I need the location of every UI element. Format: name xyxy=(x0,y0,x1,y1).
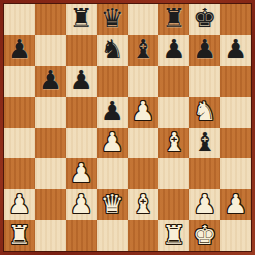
square-b2[interactable] xyxy=(35,189,66,220)
white-pawn-piece[interactable]: ♟ xyxy=(8,191,31,217)
square-a6[interactable] xyxy=(4,66,35,97)
white-pawn-piece[interactable]: ♟ xyxy=(131,98,154,124)
square-c6[interactable]: ♟ xyxy=(66,66,97,97)
square-d3[interactable] xyxy=(97,158,128,189)
square-f4[interactable]: ♝ xyxy=(158,128,189,159)
square-b8[interactable] xyxy=(35,4,66,35)
square-g7[interactable]: ♟ xyxy=(189,35,220,66)
square-g8[interactable]: ♚ xyxy=(189,4,220,35)
square-b3[interactable] xyxy=(35,158,66,189)
square-e3[interactable] xyxy=(128,158,159,189)
black-knight-piece[interactable]: ♞ xyxy=(100,36,123,62)
square-d4[interactable]: ♟ xyxy=(97,128,128,159)
square-e2[interactable]: ♝ xyxy=(128,189,159,220)
square-c8[interactable]: ♜ xyxy=(66,4,97,35)
square-h1[interactable] xyxy=(220,220,251,251)
square-c5[interactable] xyxy=(66,97,97,128)
square-g3[interactable] xyxy=(189,158,220,189)
white-pawn-piece[interactable]: ♟ xyxy=(70,191,93,217)
square-d1[interactable] xyxy=(97,220,128,251)
square-a7[interactable]: ♟ xyxy=(4,35,35,66)
black-pawn-piece[interactable]: ♟ xyxy=(162,36,185,62)
square-e6[interactable] xyxy=(128,66,159,97)
white-pawn-piece[interactable]: ♟ xyxy=(193,191,216,217)
square-a4[interactable] xyxy=(4,128,35,159)
square-h7[interactable]: ♟ xyxy=(220,35,251,66)
square-a8[interactable] xyxy=(4,4,35,35)
square-d7[interactable]: ♞ xyxy=(97,35,128,66)
white-rook-piece[interactable]: ♜ xyxy=(162,222,185,248)
square-a1[interactable]: ♜ xyxy=(4,220,35,251)
white-bishop-piece[interactable]: ♝ xyxy=(162,129,185,155)
chess-board: ♜♛♜♚♟♞♝♟♟♟♟♟♟♟♞♟♝♝♟♟♟♛♝♟♟♜♜♚ xyxy=(4,4,251,251)
black-bishop-piece[interactable]: ♝ xyxy=(131,36,154,62)
square-f2[interactable] xyxy=(158,189,189,220)
square-g5[interactable]: ♞ xyxy=(189,97,220,128)
square-h5[interactable] xyxy=(220,97,251,128)
square-b6[interactable]: ♟ xyxy=(35,66,66,97)
black-rook-piece[interactable]: ♜ xyxy=(70,5,93,31)
square-h4[interactable] xyxy=(220,128,251,159)
square-c7[interactable] xyxy=(66,35,97,66)
square-g4[interactable]: ♝ xyxy=(189,128,220,159)
white-knight-piece[interactable]: ♞ xyxy=(193,98,216,124)
white-pawn-piece[interactable]: ♟ xyxy=(100,129,123,155)
square-f6[interactable] xyxy=(158,66,189,97)
square-c4[interactable] xyxy=(66,128,97,159)
square-b1[interactable] xyxy=(35,220,66,251)
square-d6[interactable] xyxy=(97,66,128,97)
black-pawn-piece[interactable]: ♟ xyxy=(224,36,247,62)
square-b5[interactable] xyxy=(35,97,66,128)
board-frame: ♜♛♜♚♟♞♝♟♟♟♟♟♟♟♞♟♝♝♟♟♟♛♝♟♟♜♜♚ xyxy=(0,0,255,255)
square-f7[interactable]: ♟ xyxy=(158,35,189,66)
square-g2[interactable]: ♟ xyxy=(189,189,220,220)
square-e1[interactable] xyxy=(128,220,159,251)
black-king-piece[interactable]: ♚ xyxy=(193,5,216,31)
black-pawn-piece[interactable]: ♟ xyxy=(8,36,31,62)
square-f1[interactable]: ♜ xyxy=(158,220,189,251)
square-h8[interactable] xyxy=(220,4,251,35)
square-c2[interactable]: ♟ xyxy=(66,189,97,220)
black-pawn-piece[interactable]: ♟ xyxy=(70,67,93,93)
white-bishop-piece[interactable]: ♝ xyxy=(131,191,154,217)
black-pawn-piece[interactable]: ♟ xyxy=(39,67,62,93)
square-a3[interactable] xyxy=(4,158,35,189)
square-g6[interactable] xyxy=(189,66,220,97)
square-c1[interactable] xyxy=(66,220,97,251)
black-bishop-piece[interactable]: ♝ xyxy=(193,129,216,155)
white-king-piece[interactable]: ♚ xyxy=(193,222,216,248)
square-b4[interactable] xyxy=(35,128,66,159)
square-f3[interactable] xyxy=(158,158,189,189)
square-b7[interactable] xyxy=(35,35,66,66)
square-a2[interactable]: ♟ xyxy=(4,189,35,220)
square-d8[interactable]: ♛ xyxy=(97,4,128,35)
square-g1[interactable]: ♚ xyxy=(189,220,220,251)
white-pawn-piece[interactable]: ♟ xyxy=(224,191,247,217)
black-pawn-piece[interactable]: ♟ xyxy=(100,98,123,124)
square-h6[interactable] xyxy=(220,66,251,97)
black-rook-piece[interactable]: ♜ xyxy=(162,5,185,31)
square-f5[interactable] xyxy=(158,97,189,128)
square-c3[interactable]: ♟ xyxy=(66,158,97,189)
white-queen-piece[interactable]: ♛ xyxy=(100,191,123,217)
square-e8[interactable] xyxy=(128,4,159,35)
square-f8[interactable]: ♜ xyxy=(158,4,189,35)
square-d5[interactable]: ♟ xyxy=(97,97,128,128)
white-pawn-piece[interactable]: ♟ xyxy=(70,160,93,186)
square-d2[interactable]: ♛ xyxy=(97,189,128,220)
black-queen-piece[interactable]: ♛ xyxy=(100,5,123,31)
square-e7[interactable]: ♝ xyxy=(128,35,159,66)
square-e4[interactable] xyxy=(128,128,159,159)
square-h2[interactable]: ♟ xyxy=(220,189,251,220)
square-e5[interactable]: ♟ xyxy=(128,97,159,128)
black-pawn-piece[interactable]: ♟ xyxy=(193,36,216,62)
square-a5[interactable] xyxy=(4,97,35,128)
white-rook-piece[interactable]: ♜ xyxy=(8,222,31,248)
square-h3[interactable] xyxy=(220,158,251,189)
